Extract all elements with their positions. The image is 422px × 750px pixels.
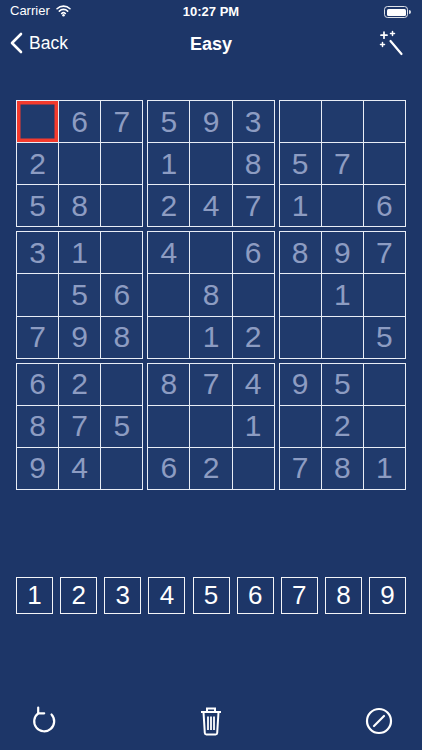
cell-r8c2[interactable]: 7 <box>59 406 100 447</box>
cell-r1c3[interactable]: 7 <box>101 101 142 142</box>
cell-r8c3[interactable]: 5 <box>101 406 142 447</box>
sudoku-box-9: 952781 <box>279 363 406 490</box>
cell-r6c1[interactable]: 7 <box>17 317 58 358</box>
numpad-button-8[interactable]: 8 <box>325 577 362 614</box>
cell-r7c8[interactable]: 5 <box>322 364 363 405</box>
sudoku-box-6: 89715 <box>279 231 406 358</box>
numpad-button-4[interactable]: 4 <box>148 577 185 614</box>
battery-icon <box>384 6 414 18</box>
sudoku-box-2: 59318247 <box>147 100 274 227</box>
cell-r4c2[interactable]: 1 <box>59 232 100 273</box>
cell-r9c4[interactable]: 6 <box>148 448 189 489</box>
bottom-toolbar <box>0 700 422 742</box>
cell-r8c9[interactable] <box>364 406 405 447</box>
cell-r9c1[interactable]: 9 <box>17 448 58 489</box>
cell-r3c2[interactable]: 8 <box>59 185 100 226</box>
cell-r7c6[interactable]: 4 <box>233 364 274 405</box>
cell-r5c9[interactable] <box>364 274 405 315</box>
sudoku-box-5: 46812 <box>147 231 274 358</box>
cell-r8c4[interactable] <box>148 406 189 447</box>
cell-r8c7[interactable] <box>280 406 321 447</box>
cell-r2c7[interactable]: 5 <box>280 143 321 184</box>
cell-r6c6[interactable]: 2 <box>233 317 274 358</box>
cell-r7c5[interactable]: 7 <box>190 364 231 405</box>
cell-r9c5[interactable]: 2 <box>190 448 231 489</box>
cell-r6c2[interactable]: 9 <box>59 317 100 358</box>
cell-r1c2[interactable]: 6 <box>59 101 100 142</box>
cell-r3c1[interactable]: 5 <box>17 185 58 226</box>
slash-circle-icon[interactable] <box>362 704 396 738</box>
cell-r2c2[interactable] <box>59 143 100 184</box>
numpad-button-6[interactable]: 6 <box>237 577 274 614</box>
cell-r2c8[interactable]: 7 <box>322 143 363 184</box>
cell-r7c9[interactable] <box>364 364 405 405</box>
trash-icon[interactable] <box>194 704 228 738</box>
undo-icon[interactable] <box>26 704 60 738</box>
cell-r4c1[interactable]: 3 <box>17 232 58 273</box>
cell-r1c6[interactable]: 3 <box>233 101 274 142</box>
cell-r5c4[interactable] <box>148 274 189 315</box>
cell-r3c8[interactable] <box>322 185 363 226</box>
status-bar: Carrier 10:27 PM <box>0 0 422 24</box>
cell-r2c9[interactable] <box>364 143 405 184</box>
cell-r9c2[interactable]: 4 <box>59 448 100 489</box>
cell-r8c6[interactable]: 1 <box>233 406 274 447</box>
cell-r7c2[interactable]: 2 <box>59 364 100 405</box>
cell-r7c3[interactable] <box>101 364 142 405</box>
cell-r1c4[interactable]: 5 <box>148 101 189 142</box>
numpad-button-1[interactable]: 1 <box>16 577 53 614</box>
cell-r2c1[interactable]: 2 <box>17 143 58 184</box>
sudoku-box-1: 67258 <box>16 100 143 227</box>
cell-r4c3[interactable] <box>101 232 142 273</box>
cell-r6c8[interactable] <box>322 317 363 358</box>
cell-r3c5[interactable]: 4 <box>190 185 231 226</box>
number-pad: 123456789 <box>16 577 406 614</box>
cell-r1c1[interactable] <box>17 101 58 142</box>
sudoku-board: 6725859318247571631567984681289715628759… <box>16 100 406 490</box>
cell-r4c8[interactable]: 9 <box>322 232 363 273</box>
cell-r5c7[interactable] <box>280 274 321 315</box>
cell-r1c5[interactable]: 9 <box>190 101 231 142</box>
numpad-button-9[interactable]: 9 <box>369 577 406 614</box>
cell-r4c5[interactable] <box>190 232 231 273</box>
cell-r5c8[interactable]: 1 <box>322 274 363 315</box>
cell-r6c9[interactable]: 5 <box>364 317 405 358</box>
cell-r6c5[interactable]: 1 <box>190 317 231 358</box>
cell-r4c7[interactable]: 8 <box>280 232 321 273</box>
cell-r6c4[interactable] <box>148 317 189 358</box>
cell-r5c6[interactable] <box>233 274 274 315</box>
cell-r3c7[interactable]: 1 <box>280 185 321 226</box>
cell-r9c9[interactable]: 1 <box>364 448 405 489</box>
sudoku-box-7: 6287594 <box>16 363 143 490</box>
cell-r2c6[interactable]: 8 <box>233 143 274 184</box>
cell-r1c9[interactable] <box>364 101 405 142</box>
cell-r4c4[interactable]: 4 <box>148 232 189 273</box>
cell-r8c1[interactable]: 8 <box>17 406 58 447</box>
nav-bar: Back Easy <box>0 24 422 64</box>
cell-r6c7[interactable] <box>280 317 321 358</box>
cell-r3c9[interactable]: 6 <box>364 185 405 226</box>
status-time: 10:27 PM <box>0 4 422 19</box>
cell-r7c7[interactable]: 9 <box>280 364 321 405</box>
cell-r8c5[interactable] <box>190 406 231 447</box>
cell-r9c3[interactable] <box>101 448 142 489</box>
sudoku-box-8: 874162 <box>147 363 274 490</box>
cell-r5c3[interactable]: 6 <box>101 274 142 315</box>
cell-r8c8[interactable]: 2 <box>322 406 363 447</box>
cell-r9c7[interactable]: 7 <box>280 448 321 489</box>
sudoku-box-3: 5716 <box>279 100 406 227</box>
cell-r3c4[interactable]: 2 <box>148 185 189 226</box>
numpad-button-2[interactable]: 2 <box>60 577 97 614</box>
cell-r9c8[interactable]: 8 <box>322 448 363 489</box>
sudoku-box-4: 3156798 <box>16 231 143 358</box>
cell-r7c1[interactable]: 6 <box>17 364 58 405</box>
cell-r5c2[interactable]: 5 <box>59 274 100 315</box>
page-title: Easy <box>0 34 422 55</box>
magic-wand-icon[interactable] <box>378 29 408 59</box>
numpad-button-3[interactable]: 3 <box>104 577 141 614</box>
cell-r9c6[interactable] <box>233 448 274 489</box>
cell-r5c1[interactable] <box>17 274 58 315</box>
cell-r6c3[interactable]: 8 <box>101 317 142 358</box>
cell-r1c8[interactable] <box>322 101 363 142</box>
cell-r4c6[interactable]: 6 <box>233 232 274 273</box>
cell-r2c3[interactable] <box>101 143 142 184</box>
cell-r1c7[interactable] <box>280 101 321 142</box>
cell-r7c4[interactable]: 8 <box>148 364 189 405</box>
cell-r3c3[interactable] <box>101 185 142 226</box>
cell-r4c9[interactable]: 7 <box>364 232 405 273</box>
numpad-button-7[interactable]: 7 <box>281 577 318 614</box>
cell-r5c5[interactable]: 8 <box>190 274 231 315</box>
cell-r2c5[interactable] <box>190 143 231 184</box>
cell-r2c4[interactable]: 1 <box>148 143 189 184</box>
numpad-button-5[interactable]: 5 <box>193 577 230 614</box>
cell-r3c6[interactable]: 7 <box>233 185 274 226</box>
